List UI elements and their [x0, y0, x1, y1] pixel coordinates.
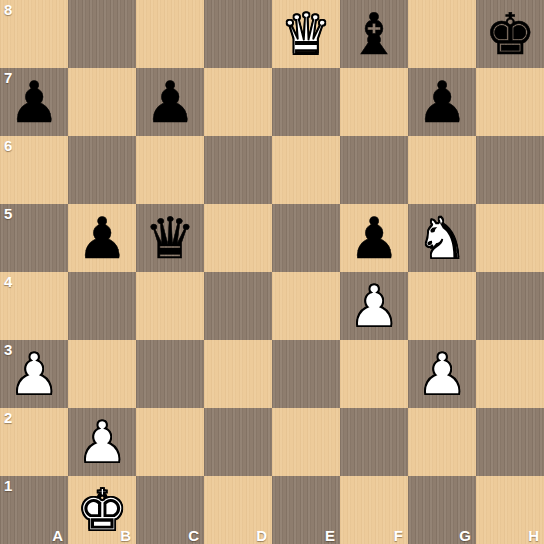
square-c4[interactable]: [136, 272, 204, 340]
square-g6[interactable]: [408, 136, 476, 204]
piece-white-pawn[interactable]: ♟: [0, 340, 68, 408]
piece-black-pawn[interactable]: ♟: [136, 68, 204, 136]
square-f5[interactable]: ♟: [340, 204, 408, 272]
square-b1[interactable]: B♚: [68, 476, 136, 544]
square-b7[interactable]: [68, 68, 136, 136]
square-c2[interactable]: [136, 408, 204, 476]
piece-white-knight[interactable]: ♞: [408, 204, 476, 272]
rank-label-2: 2: [4, 409, 12, 426]
square-d7[interactable]: [204, 68, 272, 136]
square-e8[interactable]: ♛: [272, 0, 340, 68]
square-h4[interactable]: [476, 272, 544, 340]
piece-white-pawn[interactable]: ♟: [340, 272, 408, 340]
file-label-h: H: [528, 527, 539, 544]
file-label-a: A: [52, 527, 63, 544]
square-h2[interactable]: [476, 408, 544, 476]
piece-black-queen[interactable]: ♛: [136, 204, 204, 272]
rank-label-6: 6: [4, 137, 12, 154]
piece-black-pawn[interactable]: ♟: [340, 204, 408, 272]
square-h3[interactable]: [476, 340, 544, 408]
rank-label-4: 4: [4, 273, 12, 290]
square-c1[interactable]: C: [136, 476, 204, 544]
square-d5[interactable]: [204, 204, 272, 272]
square-e1[interactable]: E: [272, 476, 340, 544]
square-g8[interactable]: [408, 0, 476, 68]
square-g7[interactable]: ♟: [408, 68, 476, 136]
square-d6[interactable]: [204, 136, 272, 204]
square-f2[interactable]: [340, 408, 408, 476]
square-a1[interactable]: 1A: [0, 476, 68, 544]
piece-black-bishop[interactable]: ♝: [340, 0, 408, 68]
piece-black-pawn[interactable]: ♟: [0, 68, 68, 136]
square-g1[interactable]: G: [408, 476, 476, 544]
square-e6[interactable]: [272, 136, 340, 204]
chess-board: 8♛♝♚7♟♟♟65♟♛♟♞4♟3♟♟2♟1AB♚CDEFGH: [0, 0, 544, 544]
square-a2[interactable]: 2: [0, 408, 68, 476]
file-label-e: E: [325, 527, 335, 544]
square-c5[interactable]: ♛: [136, 204, 204, 272]
square-d3[interactable]: [204, 340, 272, 408]
rank-label-1: 1: [4, 477, 12, 494]
square-b6[interactable]: [68, 136, 136, 204]
square-f6[interactable]: [340, 136, 408, 204]
square-a4[interactable]: 4: [0, 272, 68, 340]
rank-label-5: 5: [4, 205, 12, 222]
piece-black-pawn[interactable]: ♟: [68, 204, 136, 272]
piece-white-king[interactable]: ♚: [68, 476, 136, 544]
rank-label-8: 8: [4, 1, 12, 18]
piece-black-king[interactable]: ♚: [476, 0, 544, 68]
square-b5[interactable]: ♟: [68, 204, 136, 272]
square-c3[interactable]: [136, 340, 204, 408]
piece-black-pawn[interactable]: ♟: [408, 68, 476, 136]
chess-board-container: 8♛♝♚7♟♟♟65♟♛♟♞4♟3♟♟2♟1AB♚CDEFGH: [0, 0, 544, 544]
square-c6[interactable]: [136, 136, 204, 204]
piece-white-pawn[interactable]: ♟: [68, 408, 136, 476]
square-d4[interactable]: [204, 272, 272, 340]
square-g3[interactable]: ♟: [408, 340, 476, 408]
square-e2[interactable]: [272, 408, 340, 476]
square-f4[interactable]: ♟: [340, 272, 408, 340]
square-e3[interactable]: [272, 340, 340, 408]
square-d2[interactable]: [204, 408, 272, 476]
square-f7[interactable]: [340, 68, 408, 136]
square-g4[interactable]: [408, 272, 476, 340]
square-g5[interactable]: ♞: [408, 204, 476, 272]
square-a8[interactable]: 8: [0, 0, 68, 68]
square-a7[interactable]: 7♟: [0, 68, 68, 136]
file-label-f: F: [394, 527, 403, 544]
square-a3[interactable]: 3♟: [0, 340, 68, 408]
file-label-g: G: [459, 527, 471, 544]
square-a5[interactable]: 5: [0, 204, 68, 272]
square-b3[interactable]: [68, 340, 136, 408]
square-b2[interactable]: ♟: [68, 408, 136, 476]
square-d8[interactable]: [204, 0, 272, 68]
square-a6[interactable]: 6: [0, 136, 68, 204]
file-label-c: C: [188, 527, 199, 544]
piece-white-queen[interactable]: ♛: [272, 0, 340, 68]
square-h6[interactable]: [476, 136, 544, 204]
square-d1[interactable]: D: [204, 476, 272, 544]
square-h7[interactable]: [476, 68, 544, 136]
square-f3[interactable]: [340, 340, 408, 408]
square-c7[interactable]: ♟: [136, 68, 204, 136]
square-e4[interactable]: [272, 272, 340, 340]
square-e7[interactable]: [272, 68, 340, 136]
square-h5[interactable]: [476, 204, 544, 272]
square-b8[interactable]: [68, 0, 136, 68]
piece-white-pawn[interactable]: ♟: [408, 340, 476, 408]
square-f1[interactable]: F: [340, 476, 408, 544]
square-c8[interactable]: [136, 0, 204, 68]
square-f8[interactable]: ♝: [340, 0, 408, 68]
square-e5[interactable]: [272, 204, 340, 272]
square-b4[interactable]: [68, 272, 136, 340]
square-h1[interactable]: H: [476, 476, 544, 544]
square-h8[interactable]: ♚: [476, 0, 544, 68]
file-label-d: D: [256, 527, 267, 544]
square-g2[interactable]: [408, 408, 476, 476]
